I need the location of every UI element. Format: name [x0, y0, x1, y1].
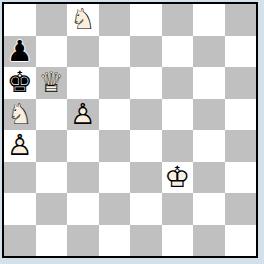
square-f4[interactable]	[162, 130, 194, 162]
white-knight-fill: ♞	[67, 4, 99, 36]
square-h6[interactable]	[225, 67, 257, 99]
square-h7[interactable]	[225, 36, 257, 68]
square-g6[interactable]	[193, 67, 225, 99]
white-pawn-icon: ♙	[67, 99, 99, 131]
square-h2[interactable]	[225, 193, 257, 225]
square-c5[interactable]: ♟♙	[67, 99, 99, 131]
square-e1[interactable]	[130, 225, 162, 257]
square-d6[interactable]	[99, 67, 131, 99]
chess-diagram-screenshot: ♞♘♟♚♛♕♞♘♟♙♟♙♚♔	[0, 0, 264, 264]
square-e3[interactable]	[130, 162, 162, 194]
white-knight-icon: ♘	[4, 99, 36, 131]
white-king-fill: ♚	[162, 162, 194, 194]
square-a7[interactable]: ♟	[4, 36, 36, 68]
square-g3[interactable]	[193, 162, 225, 194]
square-d7[interactable]	[99, 36, 131, 68]
white-king-icon: ♔	[162, 162, 194, 194]
square-h8[interactable]	[225, 4, 257, 36]
square-f3[interactable]: ♚♔	[162, 162, 194, 194]
square-d1[interactable]	[99, 225, 131, 257]
square-g8[interactable]	[193, 4, 225, 36]
square-g2[interactable]	[193, 193, 225, 225]
square-f1[interactable]	[162, 225, 194, 257]
square-a4[interactable]: ♟♙	[4, 130, 36, 162]
chess-board-frame: ♞♘♟♚♛♕♞♘♟♙♟♙♚♔	[2, 2, 258, 258]
square-d2[interactable]	[99, 193, 131, 225]
white-pawn-fill: ♟	[4, 130, 36, 162]
white-queen-fill: ♛	[36, 67, 68, 99]
square-b5[interactable]	[36, 99, 68, 131]
square-c6[interactable]	[67, 67, 99, 99]
square-g5[interactable]	[193, 99, 225, 131]
square-d5[interactable]	[99, 99, 131, 131]
white-queen-icon: ♕	[36, 67, 68, 99]
square-h3[interactable]	[225, 162, 257, 194]
square-c3[interactable]	[67, 162, 99, 194]
black-pawn-icon: ♟	[4, 36, 36, 68]
white-pawn-icon: ♙	[4, 130, 36, 162]
square-f6[interactable]	[162, 67, 194, 99]
square-h1[interactable]	[225, 225, 257, 257]
white-knight-fill: ♞	[4, 99, 36, 131]
square-c1[interactable]	[67, 225, 99, 257]
square-f5[interactable]	[162, 99, 194, 131]
square-a3[interactable]	[4, 162, 36, 194]
square-b8[interactable]	[36, 4, 68, 36]
square-b6[interactable]: ♛♕	[36, 67, 68, 99]
square-e2[interactable]	[130, 193, 162, 225]
chess-board: ♞♘♟♚♛♕♞♘♟♙♟♙♚♔	[4, 4, 256, 256]
square-c8[interactable]: ♞♘	[67, 4, 99, 36]
square-d4[interactable]	[99, 130, 131, 162]
square-e5[interactable]	[130, 99, 162, 131]
square-e6[interactable]	[130, 67, 162, 99]
square-e4[interactable]	[130, 130, 162, 162]
square-c4[interactable]	[67, 130, 99, 162]
square-d8[interactable]	[99, 4, 131, 36]
square-c2[interactable]	[67, 193, 99, 225]
square-a2[interactable]	[4, 193, 36, 225]
square-a6[interactable]: ♚	[4, 67, 36, 99]
square-e8[interactable]	[130, 4, 162, 36]
square-b2[interactable]	[36, 193, 68, 225]
black-king-icon: ♚	[4, 67, 36, 99]
square-g4[interactable]	[193, 130, 225, 162]
square-c7[interactable]	[67, 36, 99, 68]
square-b7[interactable]	[36, 36, 68, 68]
square-b4[interactable]	[36, 130, 68, 162]
square-g7[interactable]	[193, 36, 225, 68]
square-a1[interactable]	[4, 225, 36, 257]
square-a8[interactable]	[4, 4, 36, 36]
white-pawn-fill: ♟	[67, 99, 99, 131]
square-g1[interactable]	[193, 225, 225, 257]
square-b1[interactable]	[36, 225, 68, 257]
square-a5[interactable]: ♞♘	[4, 99, 36, 131]
square-f7[interactable]	[162, 36, 194, 68]
square-h4[interactable]	[225, 130, 257, 162]
square-h5[interactable]	[225, 99, 257, 131]
square-b3[interactable]	[36, 162, 68, 194]
square-e7[interactable]	[130, 36, 162, 68]
square-f2[interactable]	[162, 193, 194, 225]
white-knight-icon: ♘	[67, 4, 99, 36]
square-d3[interactable]	[99, 162, 131, 194]
square-f8[interactable]	[162, 4, 194, 36]
